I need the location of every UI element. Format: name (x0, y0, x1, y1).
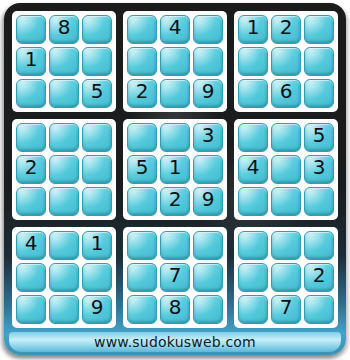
cell-r5c3[interactable] (82, 155, 112, 184)
cell-r3c7[interactable] (238, 79, 268, 108)
cell-r7c5[interactable] (160, 231, 190, 260)
cell-r5c5[interactable]: 1 (160, 155, 190, 184)
cell-r8c6[interactable] (193, 263, 223, 292)
cell-r6c9[interactable] (304, 187, 334, 216)
box-r3c1: 419 (12, 227, 116, 328)
given-digit: 8 (58, 17, 71, 37)
cell-r9c6[interactable] (193, 295, 223, 324)
cell-r2c7[interactable] (238, 47, 268, 76)
cell-r2c3[interactable] (82, 47, 112, 76)
cell-r1c6[interactable] (193, 15, 223, 44)
cell-r8c9[interactable]: 2 (304, 263, 334, 292)
cell-r9c2[interactable] (49, 295, 79, 324)
sudoku-board: 8154291262351295434197827 www.sudokusweb… (4, 3, 346, 355)
cell-r3c1[interactable] (16, 79, 46, 108)
cell-r8c5[interactable]: 7 (160, 263, 190, 292)
given-digit: 3 (313, 157, 326, 177)
given-digit: 9 (202, 189, 215, 209)
cell-r4c2[interactable] (49, 123, 79, 152)
cell-r3c5[interactable] (160, 79, 190, 108)
cell-r1c7[interactable]: 1 (238, 15, 268, 44)
cell-r7c9[interactable] (304, 231, 334, 260)
given-digit: 2 (280, 17, 293, 37)
cell-r1c4[interactable] (127, 15, 157, 44)
cell-r5c9[interactable]: 3 (304, 155, 334, 184)
cell-r2c9[interactable] (304, 47, 334, 76)
cell-r4c4[interactable] (127, 123, 157, 152)
given-digit: 1 (25, 49, 38, 69)
cell-r6c4[interactable] (127, 187, 157, 216)
cell-r7c3[interactable]: 1 (82, 231, 112, 260)
given-digit: 4 (169, 17, 182, 37)
cell-r1c1[interactable] (16, 15, 46, 44)
cell-r8c8[interactable] (271, 263, 301, 292)
cell-r2c1[interactable]: 1 (16, 47, 46, 76)
cell-r8c1[interactable] (16, 263, 46, 292)
given-digit: 2 (169, 189, 182, 209)
cell-r1c2[interactable]: 8 (49, 15, 79, 44)
cell-r5c6[interactable] (193, 155, 223, 184)
cell-r6c6[interactable]: 9 (193, 187, 223, 216)
cell-r3c3[interactable]: 5 (82, 79, 112, 108)
given-digit: 8 (169, 297, 182, 317)
given-digit: 7 (169, 265, 182, 285)
box-r1c3: 126 (234, 11, 338, 112)
cell-r8c7[interactable] (238, 263, 268, 292)
cell-r9c1[interactable] (16, 295, 46, 324)
cell-r6c5[interactable]: 2 (160, 187, 190, 216)
cell-r9c4[interactable] (127, 295, 157, 324)
cell-r9c9[interactable] (304, 295, 334, 324)
cell-r1c8[interactable]: 2 (271, 15, 301, 44)
cell-r6c8[interactable] (271, 187, 301, 216)
cell-r6c3[interactable] (82, 187, 112, 216)
cell-r7c6[interactable] (193, 231, 223, 260)
cell-r1c3[interactable] (82, 15, 112, 44)
cell-r2c5[interactable] (160, 47, 190, 76)
cell-r6c2[interactable] (49, 187, 79, 216)
given-digit: 2 (25, 157, 38, 177)
cell-r4c7[interactable] (238, 123, 268, 152)
cell-r5c4[interactable]: 5 (127, 155, 157, 184)
box-r1c2: 429 (123, 11, 227, 112)
cell-r5c8[interactable] (271, 155, 301, 184)
given-digit: 2 (313, 265, 326, 285)
cell-r1c9[interactable] (304, 15, 334, 44)
cell-r8c3[interactable] (82, 263, 112, 292)
cell-r5c2[interactable] (49, 155, 79, 184)
cell-r3c8[interactable]: 6 (271, 79, 301, 108)
cell-r3c2[interactable] (49, 79, 79, 108)
cell-r6c1[interactable] (16, 187, 46, 216)
given-digit: 3 (202, 125, 215, 145)
given-digit: 4 (247, 157, 260, 177)
cell-r3c9[interactable] (304, 79, 334, 108)
box-r3c3: 27 (234, 227, 338, 328)
given-digit: 5 (91, 81, 104, 101)
given-digit: 7 (280, 297, 293, 317)
given-digit: 1 (169, 157, 182, 177)
cell-r7c1[interactable]: 4 (16, 231, 46, 260)
sudoku-grid: 8154291262351295434197827 (12, 11, 338, 328)
cell-r9c7[interactable] (238, 295, 268, 324)
box-r3c2: 78 (123, 227, 227, 328)
given-digit: 2 (136, 81, 149, 101)
cell-r9c3[interactable]: 9 (82, 295, 112, 324)
cell-r4c9[interactable]: 5 (304, 123, 334, 152)
cell-r5c1[interactable]: 2 (16, 155, 46, 184)
cell-r8c4[interactable] (127, 263, 157, 292)
cell-r3c4[interactable]: 2 (127, 79, 157, 108)
given-digit: 5 (313, 125, 326, 145)
cell-r7c2[interactable] (49, 231, 79, 260)
cell-r9c8[interactable]: 7 (271, 295, 301, 324)
given-digit: 6 (280, 81, 293, 101)
cell-r2c4[interactable] (127, 47, 157, 76)
given-digit: 1 (91, 233, 104, 253)
cell-r4c6[interactable]: 3 (193, 123, 223, 152)
cell-r4c1[interactable] (16, 123, 46, 152)
cell-r7c8[interactable] (271, 231, 301, 260)
footer-bar: www.sudokusweb.com (9, 332, 341, 352)
website-url: www.sudokusweb.com (94, 334, 256, 350)
cell-r2c8[interactable] (271, 47, 301, 76)
given-digit: 9 (91, 297, 104, 317)
given-digit: 5 (136, 157, 149, 177)
cell-r8c2[interactable] (49, 263, 79, 292)
cell-r7c4[interactable] (127, 231, 157, 260)
given-digit: 1 (247, 17, 260, 37)
box-r1c1: 815 (12, 11, 116, 112)
cell-r2c2[interactable] (49, 47, 79, 76)
cell-r1c5[interactable]: 4 (160, 15, 190, 44)
given-digit: 4 (25, 233, 38, 253)
given-digit: 9 (202, 81, 215, 101)
box-r2c2: 35129 (123, 119, 227, 220)
cell-r4c8[interactable] (271, 123, 301, 152)
cell-r4c5[interactable] (160, 123, 190, 152)
cell-r6c7[interactable] (238, 187, 268, 216)
cell-r7c7[interactable] (238, 231, 268, 260)
cell-r3c6[interactable]: 9 (193, 79, 223, 108)
cell-r2c6[interactable] (193, 47, 223, 76)
box-r2c3: 543 (234, 119, 338, 220)
cell-r4c3[interactable] (82, 123, 112, 152)
cell-r5c7[interactable]: 4 (238, 155, 268, 184)
cell-r9c5[interactable]: 8 (160, 295, 190, 324)
box-r2c1: 2 (12, 119, 116, 220)
